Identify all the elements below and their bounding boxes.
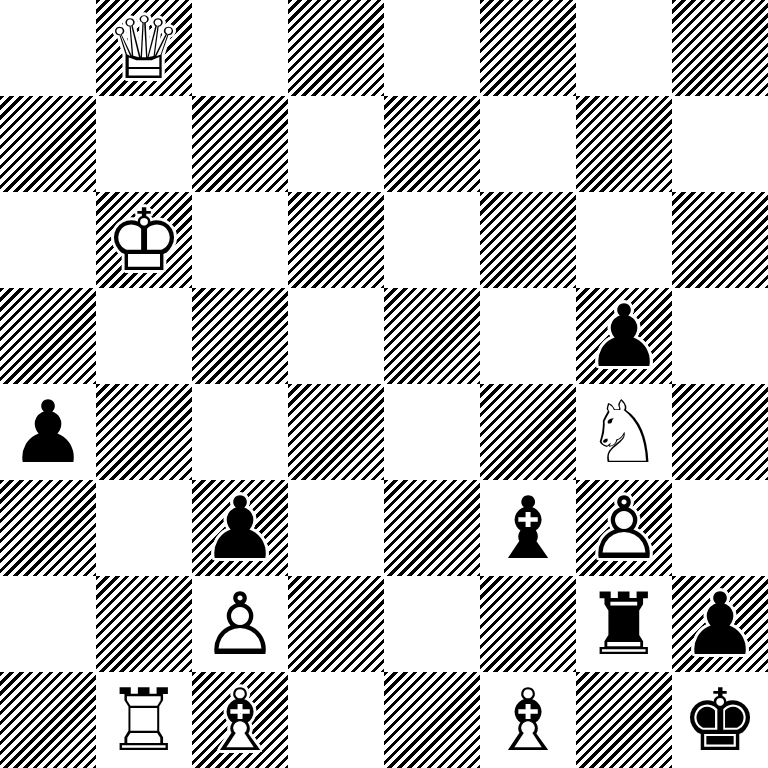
square-f5[interactable]: [480, 288, 576, 384]
square-a1[interactable]: [0, 672, 96, 768]
square-d2[interactable]: [288, 576, 384, 672]
square-c6[interactable]: [192, 192, 288, 288]
square-g6[interactable]: [576, 192, 672, 288]
square-g7[interactable]: [576, 96, 672, 192]
square-b5[interactable]: [96, 288, 192, 384]
square-f2[interactable]: [480, 576, 576, 672]
piece-black-pawn-c3[interactable]: ♟♟: [192, 480, 288, 576]
square-a6[interactable]: [0, 192, 96, 288]
square-e6[interactable]: [384, 192, 480, 288]
square-f8[interactable]: [480, 0, 576, 96]
square-b4[interactable]: [96, 384, 192, 480]
square-h7[interactable]: [672, 96, 768, 192]
white-bishop-glyph: ♗: [192, 672, 288, 768]
square-d7[interactable]: [288, 96, 384, 192]
black-pawn-glyph: ♟: [192, 480, 288, 576]
square-b2[interactable]: [96, 576, 192, 672]
piece-white-knight-g4[interactable]: ♞♘: [576, 384, 672, 480]
square-f4[interactable]: [480, 384, 576, 480]
black-pawn-glyph: ♟: [576, 288, 672, 384]
black-king-glyph: ♚: [672, 672, 768, 768]
white-queen-glyph: ♕: [96, 0, 192, 96]
square-h2[interactable]: ♟♟: [672, 576, 768, 672]
piece-white-bishop-f1[interactable]: ♝♗: [480, 672, 576, 768]
square-h5[interactable]: [672, 288, 768, 384]
square-h1[interactable]: ♚♚: [672, 672, 768, 768]
square-g1[interactable]: [576, 672, 672, 768]
square-c1[interactable]: ♝♗: [192, 672, 288, 768]
square-f7[interactable]: [480, 96, 576, 192]
square-f1[interactable]: ♝♗: [480, 672, 576, 768]
square-h8[interactable]: [672, 0, 768, 96]
piece-white-queen-b8[interactable]: ♛♕: [96, 0, 192, 96]
square-d6[interactable]: [288, 192, 384, 288]
piece-white-bishop-c1[interactable]: ♝♗: [192, 672, 288, 768]
white-pawn-glyph: ♙: [576, 480, 672, 576]
square-b3[interactable]: [96, 480, 192, 576]
piece-white-rook-b1[interactable]: ♜♖: [96, 672, 192, 768]
piece-black-pawn-g5[interactable]: ♟♟: [576, 288, 672, 384]
square-d3[interactable]: [288, 480, 384, 576]
square-b8[interactable]: ♛♕: [96, 0, 192, 96]
square-f3[interactable]: ♝♝: [480, 480, 576, 576]
square-a4[interactable]: ♟♟: [0, 384, 96, 480]
square-e7[interactable]: [384, 96, 480, 192]
square-a3[interactable]: [0, 480, 96, 576]
square-g4[interactable]: ♞♘: [576, 384, 672, 480]
black-bishop-glyph: ♝: [480, 480, 576, 576]
square-e4[interactable]: [384, 384, 480, 480]
square-b1[interactable]: ♜♖: [96, 672, 192, 768]
square-c2[interactable]: ♟♙: [192, 576, 288, 672]
square-g5[interactable]: ♟♟: [576, 288, 672, 384]
square-f6[interactable]: [480, 192, 576, 288]
square-g3[interactable]: ♟♙: [576, 480, 672, 576]
square-c7[interactable]: [192, 96, 288, 192]
square-a7[interactable]: [0, 96, 96, 192]
piece-black-rook-g2[interactable]: ♜♜: [576, 576, 672, 672]
square-d8[interactable]: [288, 0, 384, 96]
square-d4[interactable]: [288, 384, 384, 480]
square-a5[interactable]: [0, 288, 96, 384]
square-h3[interactable]: [672, 480, 768, 576]
piece-white-king-b6[interactable]: ♚♔: [96, 192, 192, 288]
black-rook-glyph: ♜: [576, 576, 672, 672]
square-c4[interactable]: [192, 384, 288, 480]
piece-black-pawn-a4[interactable]: ♟♟: [0, 384, 96, 480]
square-e3[interactable]: [384, 480, 480, 576]
square-e8[interactable]: [384, 0, 480, 96]
square-b6[interactable]: ♚♔: [96, 192, 192, 288]
chess-board: ♛♕♚♔♟♟♟♟♞♘♟♟♝♝♟♙♟♙♜♜♟♟♜♖♝♗♝♗♚♚: [0, 0, 768, 768]
square-h4[interactable]: [672, 384, 768, 480]
square-e5[interactable]: [384, 288, 480, 384]
square-c5[interactable]: [192, 288, 288, 384]
white-king-glyph: ♔: [96, 192, 192, 288]
square-d5[interactable]: [288, 288, 384, 384]
black-pawn-glyph: ♟: [672, 576, 768, 672]
square-g8[interactable]: [576, 0, 672, 96]
square-b7[interactable]: [96, 96, 192, 192]
square-c8[interactable]: [192, 0, 288, 96]
piece-white-pawn-g3[interactable]: ♟♙: [576, 480, 672, 576]
piece-white-pawn-c2[interactable]: ♟♙: [192, 576, 288, 672]
square-c3[interactable]: ♟♟: [192, 480, 288, 576]
square-a8[interactable]: [0, 0, 96, 96]
white-bishop-glyph: ♗: [480, 672, 576, 768]
square-a2[interactable]: [0, 576, 96, 672]
square-d1[interactable]: [288, 672, 384, 768]
square-e2[interactable]: [384, 576, 480, 672]
piece-black-bishop-f3[interactable]: ♝♝: [480, 480, 576, 576]
square-h6[interactable]: [672, 192, 768, 288]
piece-black-pawn-h2[interactable]: ♟♟: [672, 576, 768, 672]
square-e1[interactable]: [384, 672, 480, 768]
black-pawn-glyph: ♟: [0, 384, 96, 480]
white-pawn-glyph: ♙: [192, 576, 288, 672]
piece-black-king-h1[interactable]: ♚♚: [672, 672, 768, 768]
white-rook-glyph: ♖: [96, 672, 192, 768]
white-knight-glyph: ♘: [576, 384, 672, 480]
square-g2[interactable]: ♜♜: [576, 576, 672, 672]
